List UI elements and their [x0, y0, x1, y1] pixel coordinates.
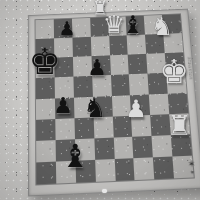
square-c3 — [74, 117, 94, 139]
chess-board: Staunton ✶ ✦ — [28, 9, 200, 197]
square-e1 — [114, 158, 135, 181]
square-d4 — [93, 96, 113, 117]
square-e3 — [112, 115, 132, 137]
square-f8 — [126, 16, 145, 36]
square-c5 — [73, 76, 92, 97]
square-g3 — [150, 114, 171, 136]
table-speck — [102, 189, 107, 193]
square-d1 — [95, 159, 115, 182]
square-h5 — [166, 72, 186, 93]
square-d6 — [91, 56, 110, 77]
square-e6 — [110, 55, 130, 76]
square-g7 — [145, 34, 165, 54]
square-a6 — [36, 58, 55, 79]
board-brand-text: Staunton — [187, 56, 194, 79]
square-e7 — [109, 35, 128, 55]
square-b5 — [55, 77, 74, 98]
square-f1 — [134, 157, 155, 180]
square-b6 — [54, 57, 73, 78]
square-a3 — [36, 119, 55, 141]
square-f4 — [130, 94, 150, 115]
square-c1 — [75, 160, 95, 183]
square-e5 — [110, 75, 130, 96]
square-c6 — [73, 56, 92, 77]
square-b8 — [54, 19, 73, 39]
board-frame: Staunton ✶ ✦ — [28, 9, 200, 197]
square-c8 — [72, 18, 91, 38]
square-f7 — [127, 35, 146, 55]
square-e8 — [108, 16, 127, 36]
square-a2 — [36, 140, 56, 162]
square-b2 — [55, 139, 75, 161]
square-f5 — [129, 74, 149, 95]
square-f6 — [128, 54, 148, 75]
square-b1 — [56, 161, 76, 184]
square-d8 — [90, 17, 109, 37]
square-g5 — [148, 73, 168, 94]
square-d2 — [94, 137, 114, 159]
square-g4 — [149, 93, 169, 114]
square-h8 — [162, 14, 182, 34]
square-a7 — [36, 38, 55, 58]
board-grid — [36, 14, 194, 184]
square-d3 — [93, 116, 113, 138]
square-c4 — [74, 96, 94, 117]
square-b7 — [54, 38, 73, 58]
square-f3 — [131, 115, 151, 137]
square-b3 — [55, 118, 75, 140]
square-a4 — [36, 98, 55, 120]
square-a1 — [36, 161, 56, 184]
square-g2 — [152, 135, 173, 157]
square-g8 — [144, 15, 163, 35]
square-b4 — [55, 97, 74, 118]
square-f2 — [132, 136, 153, 158]
square-e2 — [113, 137, 133, 159]
square-e4 — [111, 95, 131, 116]
square-g1 — [153, 156, 174, 179]
square-h7 — [163, 33, 183, 53]
square-h6 — [165, 53, 185, 74]
square-h2 — [171, 134, 192, 156]
square-d7 — [90, 36, 109, 56]
square-g6 — [146, 53, 166, 74]
square-h3 — [169, 113, 190, 135]
square-c7 — [72, 37, 91, 57]
square-d5 — [92, 75, 112, 96]
square-a5 — [36, 78, 55, 99]
photo-canvas: Staunton ✶ ✦ ♜♛♝♞♟♚♟♚♟♞♟♜♝ — [0, 0, 200, 200]
square-c2 — [75, 138, 95, 160]
square-a8 — [36, 19, 54, 39]
logo-emblem-icon: ✦ — [189, 169, 195, 176]
compass-rose-logo-icon: ✶ ✦ — [185, 159, 199, 176]
square-h4 — [168, 92, 189, 113]
